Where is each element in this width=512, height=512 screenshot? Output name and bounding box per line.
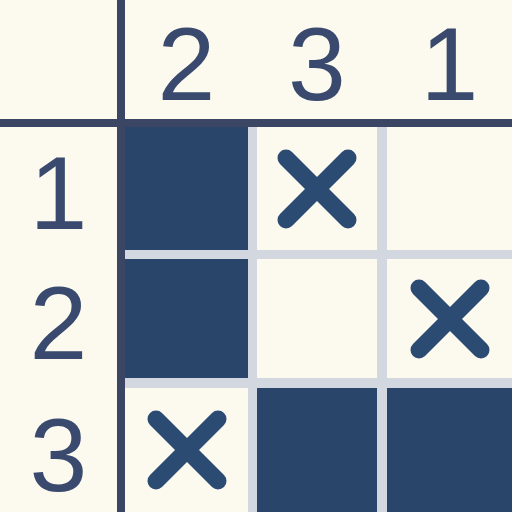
grid-cell-r3c3[interactable] <box>387 388 512 512</box>
row-clue-3: 3 <box>0 388 117 512</box>
row-clue-1: 1 <box>0 127 117 250</box>
grid-cell-r1c1[interactable] <box>125 127 248 250</box>
x-icon <box>406 275 494 363</box>
column-clue-3: 1 <box>387 0 512 119</box>
cell-separator-horizontal <box>125 250 512 259</box>
row-clue-2: 2 <box>0 259 117 378</box>
cell-separator-vertical <box>248 127 257 512</box>
grid-cell-r1c2[interactable] <box>257 127 377 250</box>
x-icon <box>143 406 231 494</box>
grid-cell-r3c2[interactable] <box>257 388 377 512</box>
cell-separator-horizontal <box>125 378 512 388</box>
header-divider-vertical <box>117 0 125 512</box>
x-icon <box>273 145 361 233</box>
column-clue-1: 2 <box>125 0 248 119</box>
grid-cell-r1c3[interactable] <box>387 127 512 250</box>
grid-cell-r3c1[interactable] <box>125 388 248 512</box>
grid-cell-r2c2[interactable] <box>257 259 377 378</box>
nonogram-board: 2 3 1 1 2 3 <box>0 0 512 512</box>
cell-separator-vertical <box>377 127 387 512</box>
grid-cell-r2c1[interactable] <box>125 259 248 378</box>
corner-spacer <box>0 0 117 119</box>
grid-cell-r2c3[interactable] <box>387 259 512 378</box>
column-clue-2: 3 <box>257 0 377 119</box>
